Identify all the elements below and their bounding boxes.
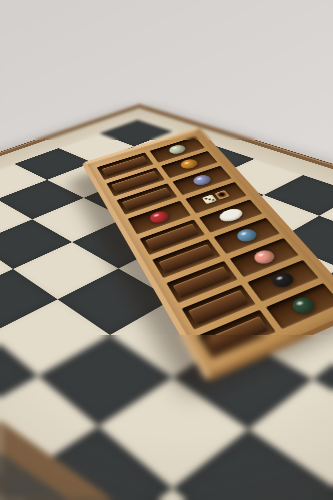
red-marble[interactable] — [147, 209, 170, 225]
violet-blue-marble[interactable] — [191, 173, 213, 187]
orange-marble[interactable] — [179, 158, 201, 171]
steel-blue-marble[interactable] — [234, 227, 259, 244]
white-disc[interactable] — [216, 207, 245, 224]
wood-block[interactable] — [205, 316, 268, 352]
salmon-marble[interactable] — [251, 248, 278, 266]
scene — [0, 0, 333, 500]
pale-green-marble[interactable] — [167, 143, 188, 155]
ivory-pip-die[interactable] — [202, 195, 217, 205]
dark-green-marble[interactable] — [289, 295, 319, 316]
black-marble[interactable] — [269, 270, 297, 290]
wooden-ring-die[interactable] — [215, 190, 230, 200]
